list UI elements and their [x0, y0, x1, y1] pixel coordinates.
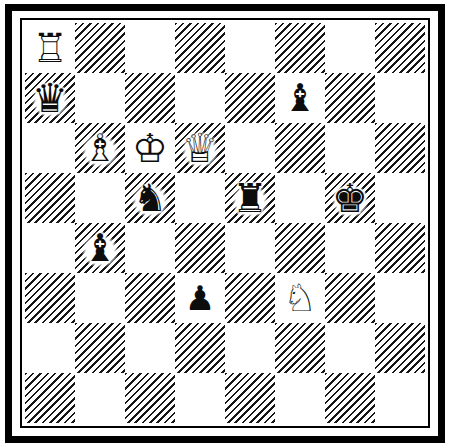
square-g8[interactable] [325, 23, 375, 73]
square-d8[interactable] [175, 23, 225, 73]
square-b6[interactable]: ♗ [75, 123, 125, 173]
square-h6[interactable] [375, 123, 425, 173]
square-a2[interactable] [25, 323, 75, 373]
square-c2[interactable] [125, 323, 175, 373]
square-f2[interactable] [275, 323, 325, 373]
square-h3[interactable] [375, 273, 425, 323]
square-g6[interactable] [325, 123, 375, 173]
square-d7[interactable] [175, 73, 225, 123]
square-f1[interactable] [275, 373, 325, 423]
square-g5[interactable]: ♚ [325, 173, 375, 223]
black-rook: ♜ [227, 174, 273, 222]
square-d2[interactable] [175, 323, 225, 373]
white-king: ♔ [127, 124, 173, 172]
black-queen: ♛ [27, 74, 73, 122]
square-b7[interactable] [75, 73, 125, 123]
square-f3[interactable]: ♘ [275, 273, 325, 323]
square-c5[interactable]: ♞ [125, 173, 175, 223]
square-e2[interactable] [225, 323, 275, 373]
black-king: ♚ [327, 174, 373, 222]
white-bishop: ♗ [77, 124, 123, 172]
square-g7[interactable] [325, 73, 375, 123]
white-rook: ♖ [27, 24, 73, 72]
square-e7[interactable] [225, 73, 275, 123]
white-knight: ♘ [277, 274, 323, 322]
black-bishop: ♝ [77, 224, 123, 272]
square-g4[interactable] [325, 223, 375, 273]
square-h1[interactable] [375, 373, 425, 423]
square-d6[interactable]: ♕ [175, 123, 225, 173]
square-d4[interactable] [175, 223, 225, 273]
square-c8[interactable] [125, 23, 175, 73]
square-b1[interactable] [75, 373, 125, 423]
chess-diagram-page: ♖♛♝♗♔♕♞♜♚♝♟♘ [0, 0, 450, 447]
square-d3[interactable]: ♟ [175, 273, 225, 323]
square-a6[interactable] [25, 123, 75, 173]
square-g1[interactable] [325, 373, 375, 423]
square-a7[interactable]: ♛ [25, 73, 75, 123]
white-queen: ♕ [177, 124, 223, 172]
square-g3[interactable] [325, 273, 375, 323]
square-d5[interactable] [175, 173, 225, 223]
square-c1[interactable] [125, 373, 175, 423]
square-h8[interactable] [375, 23, 425, 73]
square-a4[interactable] [25, 223, 75, 273]
square-b2[interactable] [75, 323, 125, 373]
square-e4[interactable] [225, 223, 275, 273]
square-b5[interactable] [75, 173, 125, 223]
square-h2[interactable] [375, 323, 425, 373]
square-e8[interactable] [225, 23, 275, 73]
square-h4[interactable] [375, 223, 425, 273]
square-a8[interactable]: ♖ [25, 23, 75, 73]
black-knight: ♞ [127, 174, 173, 222]
square-f4[interactable] [275, 223, 325, 273]
square-c7[interactable] [125, 73, 175, 123]
square-b8[interactable] [75, 23, 125, 73]
square-g2[interactable] [325, 323, 375, 373]
square-b4[interactable]: ♝ [75, 223, 125, 273]
square-e5[interactable]: ♜ [225, 173, 275, 223]
black-pawn: ♟ [177, 274, 223, 322]
square-h7[interactable] [375, 73, 425, 123]
square-h5[interactable] [375, 173, 425, 223]
square-f7[interactable]: ♝ [275, 73, 325, 123]
square-b3[interactable] [75, 273, 125, 323]
square-f8[interactable] [275, 23, 325, 73]
square-c4[interactable] [125, 223, 175, 273]
square-a3[interactable] [25, 273, 75, 323]
square-e1[interactable] [225, 373, 275, 423]
square-c6[interactable]: ♔ [125, 123, 175, 173]
square-f5[interactable] [275, 173, 325, 223]
square-e3[interactable] [225, 273, 275, 323]
square-c3[interactable] [125, 273, 175, 323]
square-f6[interactable] [275, 123, 325, 173]
black-bishop: ♝ [277, 74, 323, 122]
chess-board: ♖♛♝♗♔♕♞♜♚♝♟♘ [25, 23, 425, 423]
square-a1[interactable] [25, 373, 75, 423]
square-a5[interactable] [25, 173, 75, 223]
square-e6[interactable] [225, 123, 275, 173]
square-d1[interactable] [175, 373, 225, 423]
